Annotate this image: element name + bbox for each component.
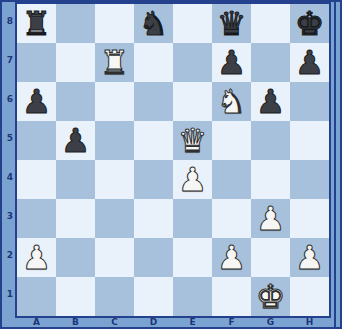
square-d1[interactable] — [134, 277, 173, 316]
square-f1[interactable] — [212, 277, 251, 316]
piece-white-pawn[interactable]: ♟ — [251, 199, 290, 238]
square-f6[interactable]: ♞ — [212, 82, 251, 121]
square-d7[interactable] — [134, 43, 173, 82]
piece-black-pawn[interactable]: ♟ — [212, 43, 251, 82]
square-f4[interactable] — [212, 160, 251, 199]
square-c7[interactable]: ♜ — [95, 43, 134, 82]
piece-black-knight[interactable]: ♞ — [134, 4, 173, 43]
square-a2[interactable]: ♟ — [17, 238, 56, 277]
piece-black-rook[interactable]: ♜ — [17, 4, 56, 43]
file-label-a: A — [17, 318, 56, 327]
piece-white-rook[interactable]: ♜ — [95, 43, 134, 82]
piece-white-pawn[interactable]: ♟ — [17, 238, 56, 277]
frame-right-line — [334, 2, 336, 327]
square-g5[interactable] — [251, 121, 290, 160]
square-h8[interactable]: ♚ — [290, 4, 329, 43]
rank-label-4: 4 — [2, 158, 15, 197]
square-d5[interactable] — [134, 121, 173, 160]
square-c3[interactable] — [95, 199, 134, 238]
square-e2[interactable] — [173, 238, 212, 277]
square-d8[interactable]: ♞ — [134, 4, 173, 43]
rank-label-1: 1 — [2, 275, 15, 314]
square-a1[interactable] — [17, 277, 56, 316]
square-c6[interactable] — [95, 82, 134, 121]
piece-black-king[interactable]: ♚ — [290, 4, 329, 43]
square-e4[interactable]: ♟ — [173, 160, 212, 199]
board-layout: 87654321 ♜♞♛♚♜♟♟♟♞♟♟♛♟♟♟♟♟♚ ABCDEFGH — [2, 2, 331, 327]
square-b8[interactable] — [56, 4, 95, 43]
piece-black-pawn[interactable]: ♟ — [56, 121, 95, 160]
square-b5[interactable]: ♟ — [56, 121, 95, 160]
square-h3[interactable] — [290, 199, 329, 238]
file-label-c: C — [95, 318, 134, 327]
file-labels: ABCDEFGH — [17, 318, 331, 327]
square-d6[interactable] — [134, 82, 173, 121]
rank-label-6: 6 — [2, 80, 15, 119]
square-g7[interactable] — [251, 43, 290, 82]
square-a6[interactable]: ♟ — [17, 82, 56, 121]
piece-white-queen[interactable]: ♛ — [173, 121, 212, 160]
file-label-g: G — [251, 318, 290, 327]
piece-white-pawn[interactable]: ♟ — [173, 160, 212, 199]
square-b4[interactable] — [56, 160, 95, 199]
rank-label-2: 2 — [2, 236, 15, 275]
square-d2[interactable] — [134, 238, 173, 277]
square-e6[interactable] — [173, 82, 212, 121]
square-e8[interactable] — [173, 4, 212, 43]
square-g2[interactable] — [251, 238, 290, 277]
square-e5[interactable]: ♛ — [173, 121, 212, 160]
square-g6[interactable]: ♟ — [251, 82, 290, 121]
file-label-d: D — [134, 318, 173, 327]
square-h1[interactable] — [290, 277, 329, 316]
square-b7[interactable] — [56, 43, 95, 82]
square-d3[interactable] — [134, 199, 173, 238]
file-label-f: F — [212, 318, 251, 327]
square-d4[interactable] — [134, 160, 173, 199]
square-f2[interactable]: ♟ — [212, 238, 251, 277]
chess-board-window: 87654321 ♜♞♛♚♜♟♟♟♞♟♟♛♟♟♟♟♟♚ ABCDEFGH — [0, 0, 342, 329]
square-g4[interactable] — [251, 160, 290, 199]
square-b3[interactable] — [56, 199, 95, 238]
square-a8[interactable]: ♜ — [17, 4, 56, 43]
piece-black-queen[interactable]: ♛ — [212, 4, 251, 43]
square-h4[interactable] — [290, 160, 329, 199]
square-c4[interactable] — [95, 160, 134, 199]
square-a5[interactable] — [17, 121, 56, 160]
rank-labels: 87654321 — [2, 2, 15, 318]
piece-black-pawn[interactable]: ♟ — [290, 43, 329, 82]
square-a7[interactable] — [17, 43, 56, 82]
square-b2[interactable] — [56, 238, 95, 277]
square-e3[interactable] — [173, 199, 212, 238]
square-b1[interactable] — [56, 277, 95, 316]
rank-label-7: 7 — [2, 41, 15, 80]
square-f5[interactable] — [212, 121, 251, 160]
rank-label-8: 8 — [2, 2, 15, 41]
square-h2[interactable]: ♟ — [290, 238, 329, 277]
file-label-e: E — [173, 318, 212, 327]
piece-white-pawn[interactable]: ♟ — [212, 238, 251, 277]
piece-white-king[interactable]: ♚ — [251, 277, 290, 316]
square-h7[interactable]: ♟ — [290, 43, 329, 82]
square-g1[interactable]: ♚ — [251, 277, 290, 316]
square-e1[interactable] — [173, 277, 212, 316]
rank-label-3: 3 — [2, 197, 15, 236]
piece-white-knight[interactable]: ♞ — [212, 82, 251, 121]
square-f8[interactable]: ♛ — [212, 4, 251, 43]
rank-label-5: 5 — [2, 119, 15, 158]
square-g3[interactable]: ♟ — [251, 199, 290, 238]
square-f3[interactable] — [212, 199, 251, 238]
square-c8[interactable] — [95, 4, 134, 43]
square-c2[interactable] — [95, 238, 134, 277]
piece-white-pawn[interactable]: ♟ — [290, 238, 329, 277]
chess-board[interactable]: ♜♞♛♚♜♟♟♟♞♟♟♛♟♟♟♟♟♚ — [15, 2, 331, 318]
piece-black-pawn[interactable]: ♟ — [17, 82, 56, 121]
square-f7[interactable]: ♟ — [212, 43, 251, 82]
square-a4[interactable] — [17, 160, 56, 199]
square-b6[interactable] — [56, 82, 95, 121]
square-a3[interactable] — [17, 199, 56, 238]
square-h6[interactable] — [290, 82, 329, 121]
square-g8[interactable] — [251, 4, 290, 43]
piece-black-pawn[interactable]: ♟ — [251, 82, 290, 121]
square-c1[interactable] — [95, 277, 134, 316]
file-label-h: H — [290, 318, 329, 327]
file-label-b: B — [56, 318, 95, 327]
square-e7[interactable] — [173, 43, 212, 82]
square-h5[interactable] — [290, 121, 329, 160]
square-c5[interactable] — [95, 121, 134, 160]
